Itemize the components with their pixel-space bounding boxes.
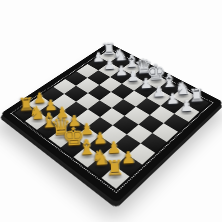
frame-screw-dots bbox=[10, 48, 213, 193]
chess-board bbox=[0, 43, 222, 204]
board-grid bbox=[14, 50, 209, 189]
board-tilt-wrapper: ♜♞♝♛♚♝♞♜♟♟♟♟♟♟♟♟♟♟♟♟♟♟♟♟♜♞♝♛♚♝♞♜ bbox=[0, 0, 222, 222]
chess-set-photo: ♜♞♝♛♚♝♞♜♟♟♟♟♟♟♟♟♟♟♟♟♟♟♟♟♜♞♝♛♚♝♞♜ bbox=[0, 0, 222, 222]
